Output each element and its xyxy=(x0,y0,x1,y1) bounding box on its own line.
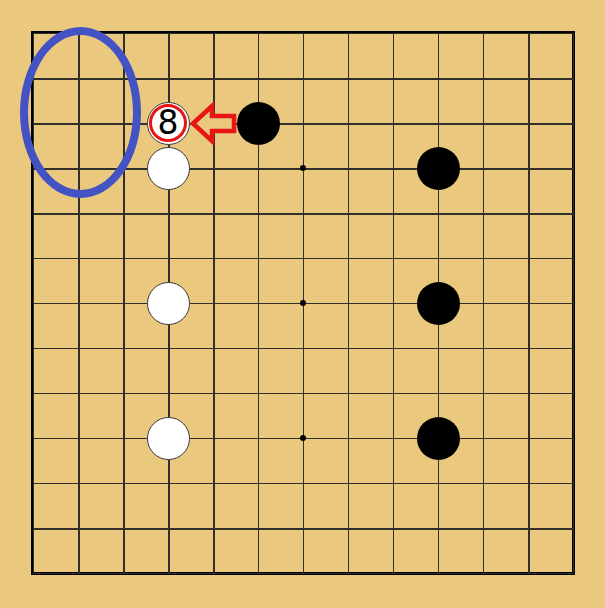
black-stone xyxy=(236,101,281,146)
black-stone-disc xyxy=(417,282,460,325)
white-stone-disc xyxy=(147,417,190,460)
left-arrow-shape xyxy=(193,106,234,141)
white-stone xyxy=(146,281,191,326)
move-arrow-icon xyxy=(188,102,238,145)
black-stone-disc xyxy=(237,102,280,145)
black-stone-disc xyxy=(417,417,460,460)
black-stone xyxy=(416,281,461,326)
move-number-label: 8 xyxy=(158,106,179,139)
white-stone-disc xyxy=(147,147,190,190)
black-stone-disc xyxy=(417,147,460,190)
numbered-stone: 8 xyxy=(146,101,191,146)
highlight-ellipse xyxy=(20,27,141,198)
go-diagram: 8 xyxy=(0,0,605,608)
white-stone xyxy=(146,416,191,461)
black-stone xyxy=(416,416,461,461)
black-stone xyxy=(416,146,461,191)
white-stone xyxy=(146,146,191,191)
white-stone-disc xyxy=(147,282,190,325)
white-stone-disc: 8 xyxy=(147,102,190,145)
